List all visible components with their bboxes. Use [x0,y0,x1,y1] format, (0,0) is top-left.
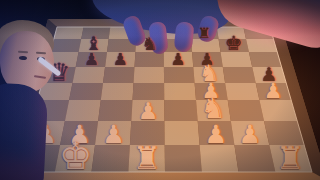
piece-white-pawn-h4[interactable]: ♟ [264,80,283,101]
piece-white-pawn-c2[interactable]: ♟ [102,121,124,146]
piece-white-rook-h1[interactable]: ♜ [276,142,304,174]
boy-portrait [0,0,90,180]
piece-black-king-g7[interactable]: ♚ [225,33,243,53]
piece-black-pawn-e6[interactable]: ♟ [171,51,186,68]
piece-black-knight-d7[interactable]: ♞ [142,35,158,53]
eyebrow [36,52,46,54]
piece-black-pawn-c6[interactable]: ♟ [113,51,128,68]
boy-shoulder [0,83,49,180]
piece-white-pawn-f2[interactable]: ♟ [204,121,226,146]
piece-black-rook-f8[interactable]: ♜ [198,25,211,39]
piece-white-rook-d1[interactable]: ♜ [133,142,161,174]
thumbnail-scene: ♜♝♞♚♟♟♟♟♛♟♞♟♟♟♞♟♟♟♟♟♚♜♜ [0,0,320,180]
piece-white-pawn-g2[interactable]: ♟ [238,121,260,146]
eye [19,56,27,61]
eyebrow [18,51,28,53]
piece-white-pawn-d3[interactable]: ♟ [138,99,159,122]
